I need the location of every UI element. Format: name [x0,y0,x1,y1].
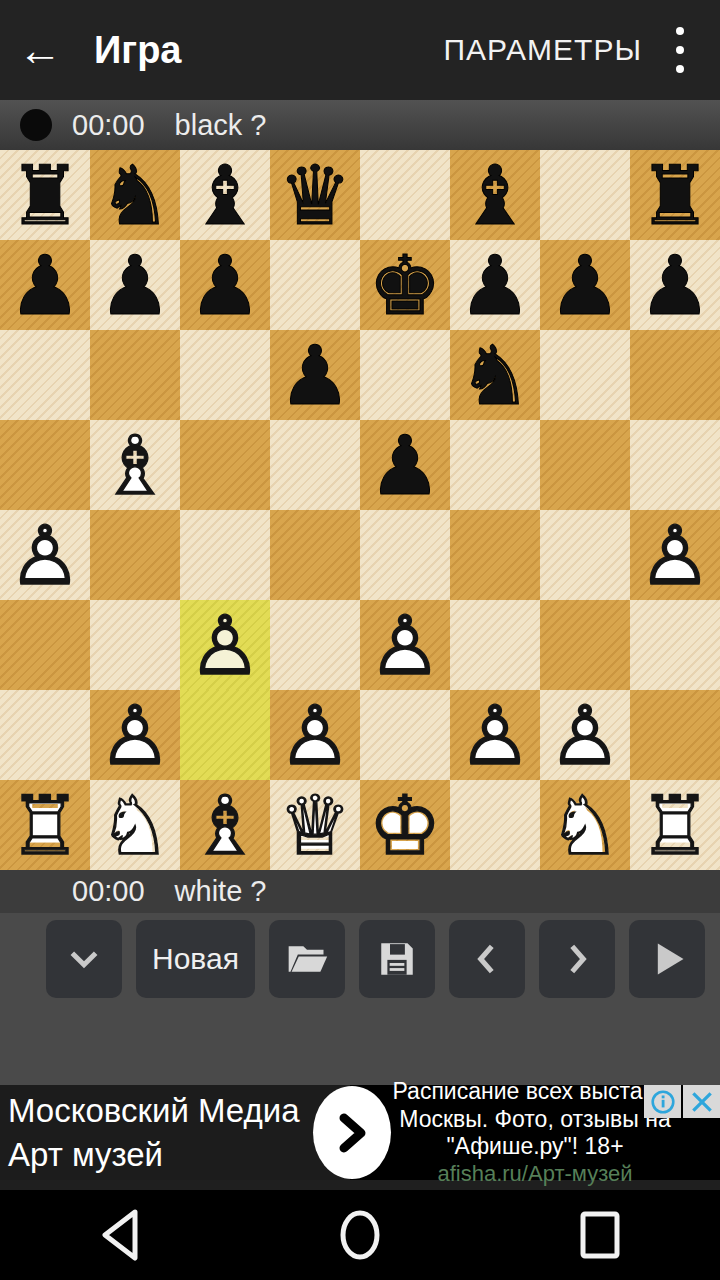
prev-move-button[interactable] [449,920,525,998]
piece-black-knight[interactable]: ♞ [450,330,540,420]
square-f3[interactable] [450,600,540,690]
square-b8[interactable]: ♞ [90,150,180,240]
piece-black-queen[interactable]: ♛ [270,150,360,240]
piece-white-rook[interactable]: ♜♖ [630,780,720,870]
square-f2[interactable]: ♟♙ [450,690,540,780]
square-h8[interactable]: ♜ [630,150,720,240]
piece-white-pawn[interactable]: ♟♙ [90,690,180,780]
square-d2[interactable]: ♟♙ [270,690,360,780]
square-h2[interactable] [630,690,720,780]
piece-white-queen[interactable]: ♛♕ [270,780,360,870]
expand-panel-button[interactable] [46,920,122,998]
chevron-down-icon [64,939,104,979]
chevron-left-icon [468,940,506,978]
folder-open-icon [285,937,329,981]
piece-black-pawn[interactable]: ♟ [90,240,180,330]
ad-right-line3: "Афише.ру"! 18+ [350,1133,720,1161]
chevron-right-icon [558,940,596,978]
white-player-name: white ? [175,875,267,908]
piece-white-knight[interactable]: ♞♘ [90,780,180,870]
square-a3[interactable] [0,600,90,690]
square-d3[interactable] [270,600,360,690]
piece-white-pawn[interactable]: ♟♙ [270,690,360,780]
square-f4[interactable] [450,510,540,600]
piece-white-pawn[interactable]: ♟♙ [450,690,540,780]
overflow-menu-icon[interactable] [670,21,690,79]
square-f7[interactable]: ♟ [450,240,540,330]
ad-left-line1: Московский Медиа [8,1089,350,1133]
piece-black-knight[interactable]: ♞ [90,150,180,240]
square-b5[interactable]: ♝♗ [90,420,180,510]
chevron-right-icon [329,1105,375,1161]
save-game-button[interactable] [359,920,435,998]
square-b3[interactable] [90,600,180,690]
adchoices-badges [644,1085,720,1118]
black-turn-indicator-icon [20,109,52,141]
square-h3[interactable] [630,600,720,690]
piece-white-pawn[interactable]: ♟♙ [0,510,90,600]
square-f1[interactable] [450,780,540,870]
black-clock-time: 00:00 [72,109,145,142]
piece-black-pawn[interactable]: ♟ [180,240,270,330]
square-c7[interactable]: ♟ [180,240,270,330]
piece-white-pawn[interactable]: ♟♙ [360,600,450,690]
square-g6[interactable] [540,330,630,420]
square-a7[interactable]: ♟ [0,240,90,330]
piece-white-king[interactable]: ♚♔ [360,780,450,870]
square-a6[interactable] [0,330,90,420]
next-move-button[interactable] [539,920,615,998]
square-d5[interactable] [270,420,360,510]
square-e2[interactable] [360,690,450,780]
piece-white-bishop[interactable]: ♝♗ [90,420,180,510]
empty-area [0,1005,720,1085]
piece-white-bishop[interactable]: ♝♗ [180,780,270,870]
square-g4[interactable] [540,510,630,600]
piece-black-pawn[interactable]: ♟ [360,420,450,510]
square-h5[interactable] [630,420,720,510]
square-e5[interactable]: ♟ [360,420,450,510]
piece-black-king[interactable]: ♚ [360,240,450,330]
square-g2[interactable]: ♟♙ [540,690,630,780]
ad-link[interactable]: afisha.ru/Арт-музей [350,1161,720,1187]
square-a1[interactable]: ♜♖ [0,780,90,870]
black-clock-row: 00:00 black ? [0,100,720,150]
square-b7[interactable]: ♟ [90,240,180,330]
square-e8[interactable] [360,150,450,240]
square-h4[interactable]: ♟♙ [630,510,720,600]
square-e4[interactable] [360,510,450,600]
android-nav-bar [0,1190,720,1280]
piece-black-rook[interactable]: ♜ [630,150,720,240]
piece-white-pawn[interactable]: ♟♙ [180,600,270,690]
white-clock-row: 00:00 white ? [0,870,720,913]
nav-back-icon[interactable] [97,1206,143,1264]
square-e1[interactable]: ♚♔ [360,780,450,870]
piece-white-rook[interactable]: ♜♖ [0,780,90,870]
square-b4[interactable] [90,510,180,600]
square-g7[interactable]: ♟ [540,240,630,330]
square-g8[interactable] [540,150,630,240]
square-a2[interactable] [0,690,90,780]
square-c5[interactable] [180,420,270,510]
square-b6[interactable] [90,330,180,420]
chess-board[interactable]: ♜♞♝♛♝♜♟♟♟♚♟♟♟♟♞♝♗♟♟♙♟♙♟♙♟♙♟♙♟♙♟♙♟♙♜♖♞♘♝♗… [0,150,720,870]
parameters-button[interactable]: ПАРАМЕТРЫ [444,33,642,67]
square-e7[interactable]: ♚ [360,240,450,330]
ad-arrow-button[interactable] [313,1086,391,1179]
square-c3[interactable]: ♟♙ [180,600,270,690]
square-d1[interactable]: ♛♕ [270,780,360,870]
ad-banner[interactable]: Московский Медиа Арт музей Расписание вс… [0,1085,720,1180]
square-d7[interactable] [270,240,360,330]
open-game-button[interactable] [269,920,345,998]
square-g1[interactable]: ♞♘ [540,780,630,870]
ad-left-line2: Арт музей [8,1133,350,1177]
nav-recents-icon[interactable] [577,1206,623,1264]
square-d8[interactable]: ♛ [270,150,360,240]
square-h7[interactable]: ♟ [630,240,720,330]
square-a5[interactable] [0,420,90,510]
piece-white-pawn[interactable]: ♟♙ [540,690,630,780]
piece-black-pawn[interactable]: ♟ [0,240,90,330]
ad-close-icon[interactable] [683,1085,720,1118]
square-a4[interactable]: ♟♙ [0,510,90,600]
piece-black-pawn[interactable]: ♟ [450,240,540,330]
piece-black-pawn[interactable]: ♟ [270,330,360,420]
ad-left-panel[interactable]: Московский Медиа Арт музей [0,1085,350,1180]
square-g3[interactable] [540,600,630,690]
ad-info-icon[interactable] [644,1085,681,1118]
square-c1[interactable]: ♝♗ [180,780,270,870]
app-bar: ← Игра ПАРАМЕТРЫ [0,0,720,100]
square-b1[interactable]: ♞♘ [90,780,180,870]
square-c4[interactable] [180,510,270,600]
square-c6[interactable] [180,330,270,420]
piece-black-pawn[interactable]: ♟ [540,240,630,330]
save-floppy-icon [376,938,418,980]
piece-black-pawn[interactable]: ♟ [630,240,720,330]
square-d4[interactable] [270,510,360,600]
square-b2[interactable]: ♟♙ [90,690,180,780]
piece-white-knight[interactable]: ♞♘ [540,780,630,870]
piece-black-bishop[interactable]: ♝ [450,150,540,240]
square-h1[interactable]: ♜♖ [630,780,720,870]
piece-white-pawn[interactable]: ♟♙ [630,510,720,600]
black-player-name: black ? [175,109,267,142]
play-icon [645,937,689,981]
square-f8[interactable]: ♝ [450,150,540,240]
piece-black-bishop[interactable]: ♝ [180,150,270,240]
back-button[interactable]: ← [0,0,80,100]
square-f6[interactable]: ♞ [450,330,540,420]
square-e6[interactable] [360,330,450,420]
square-c8[interactable]: ♝ [180,150,270,240]
new-game-button[interactable]: Новая [136,920,255,998]
play-button[interactable] [629,920,705,998]
square-d6[interactable]: ♟ [270,330,360,420]
page-title: Игра [94,29,182,72]
square-a8[interactable]: ♜ [0,150,90,240]
chess-app: ← Игра ПАРАМЕТРЫ 00:00 black ? ♜♞♝♛♝♜♟♟♟… [0,0,720,1280]
square-h6[interactable] [630,330,720,420]
nav-home-icon[interactable] [337,1206,383,1264]
square-e3[interactable]: ♟♙ [360,600,450,690]
square-f5[interactable] [450,420,540,510]
white-clock-time: 00:00 [72,875,145,908]
square-g5[interactable] [540,420,630,510]
game-toolbar: Новая [0,913,720,1005]
square-c2[interactable] [180,690,270,780]
piece-black-rook[interactable]: ♜ [0,150,90,240]
